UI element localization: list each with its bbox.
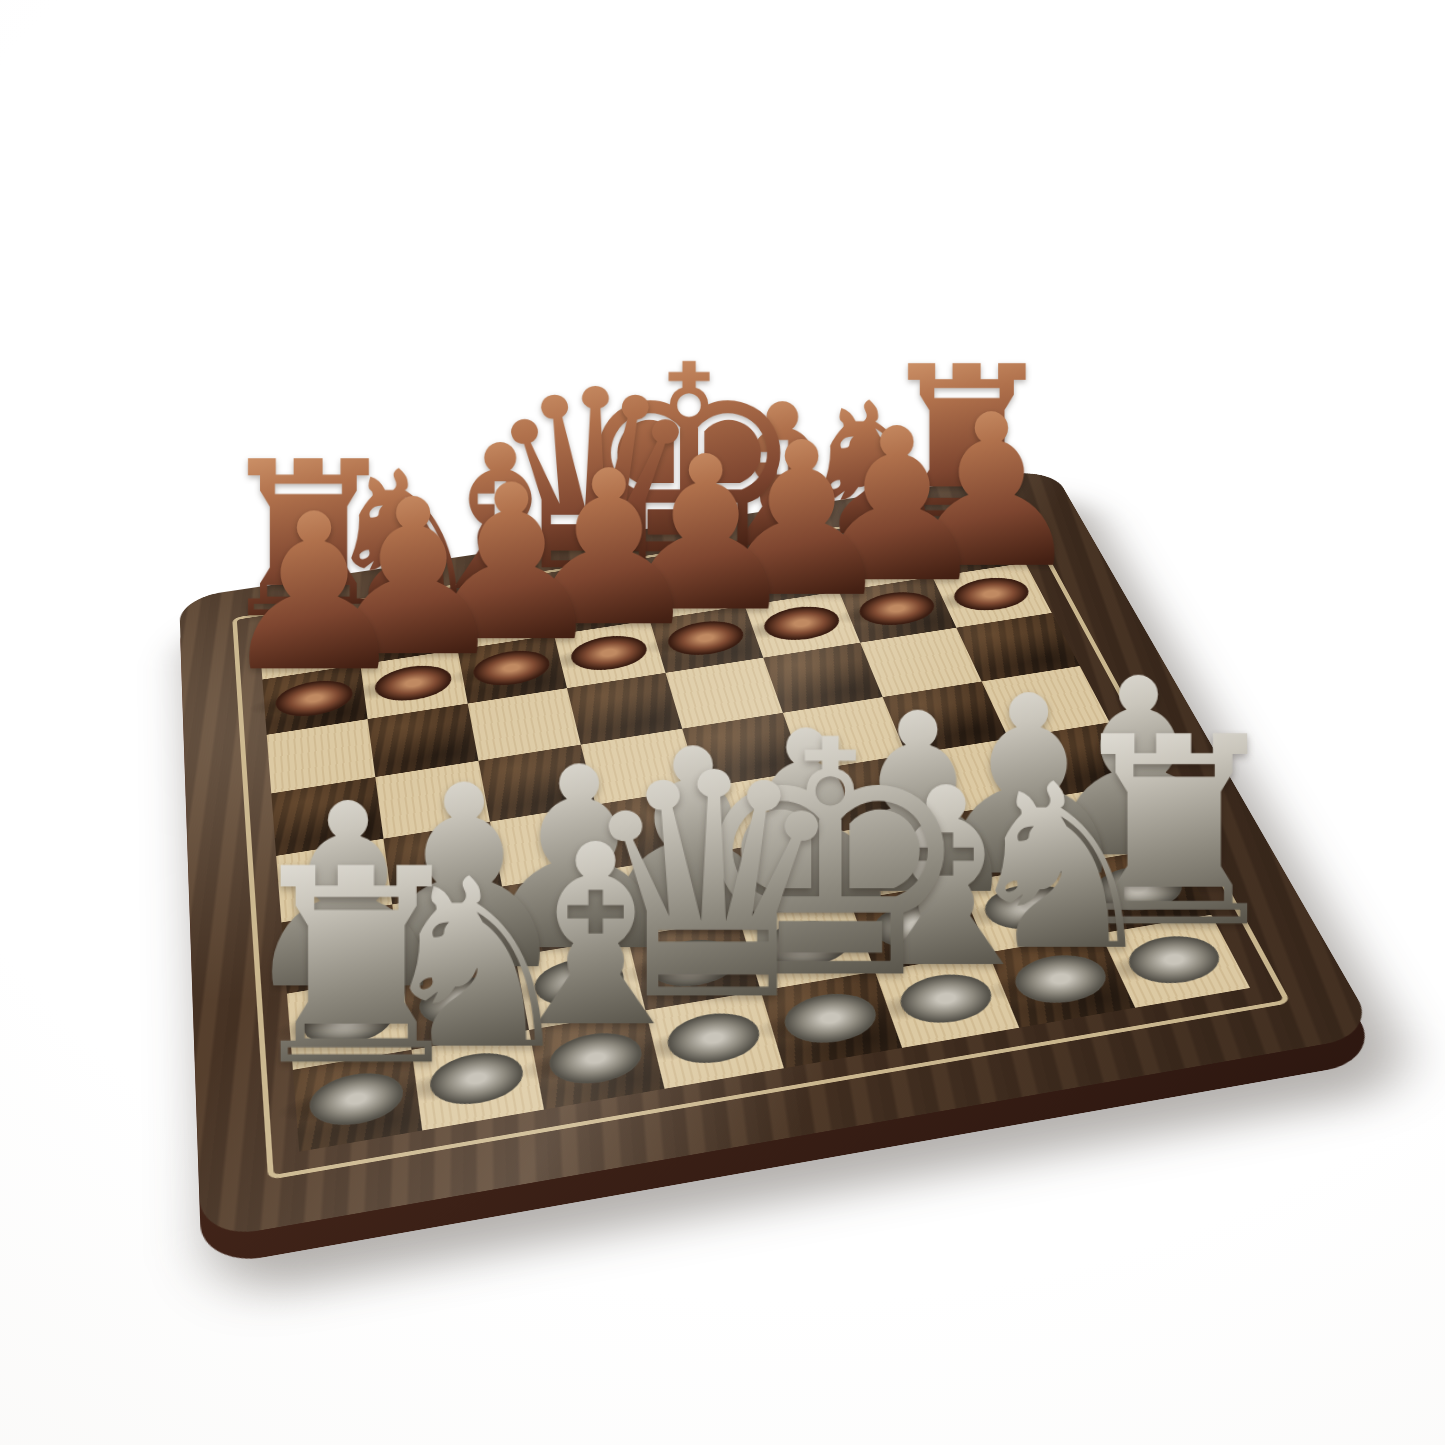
chess-board: ♜♞♝♛♚♝♞♜♟♟♟♟♟♟♟♟♟♟♟♟♟♟♟♟♜♞♝♛♚♝♞♜ [179, 468, 1378, 1240]
black-pawn-figure: ♟ [70, 481, 559, 697]
scene-3d: ♜♞♝♛♚♝♞♜♟♟♟♟♟♟♟♟♟♟♟♟♟♟♟♟♜♞♝♛♚♝♞♜ [0, 0, 1445, 1445]
product-photo-stage: ♜♞♝♛♚♝♞♜♟♟♟♟♟♟♟♟♟♟♟♟♟♟♟♟♜♞♝♛♚♝♞♜ [0, 0, 1445, 1445]
black-pawn-glyph: ♟ [217, 468, 411, 719]
white-rook-glyph: ♜ [236, 812, 477, 1124]
white-rook-figure: ♜ [59, 829, 654, 1098]
